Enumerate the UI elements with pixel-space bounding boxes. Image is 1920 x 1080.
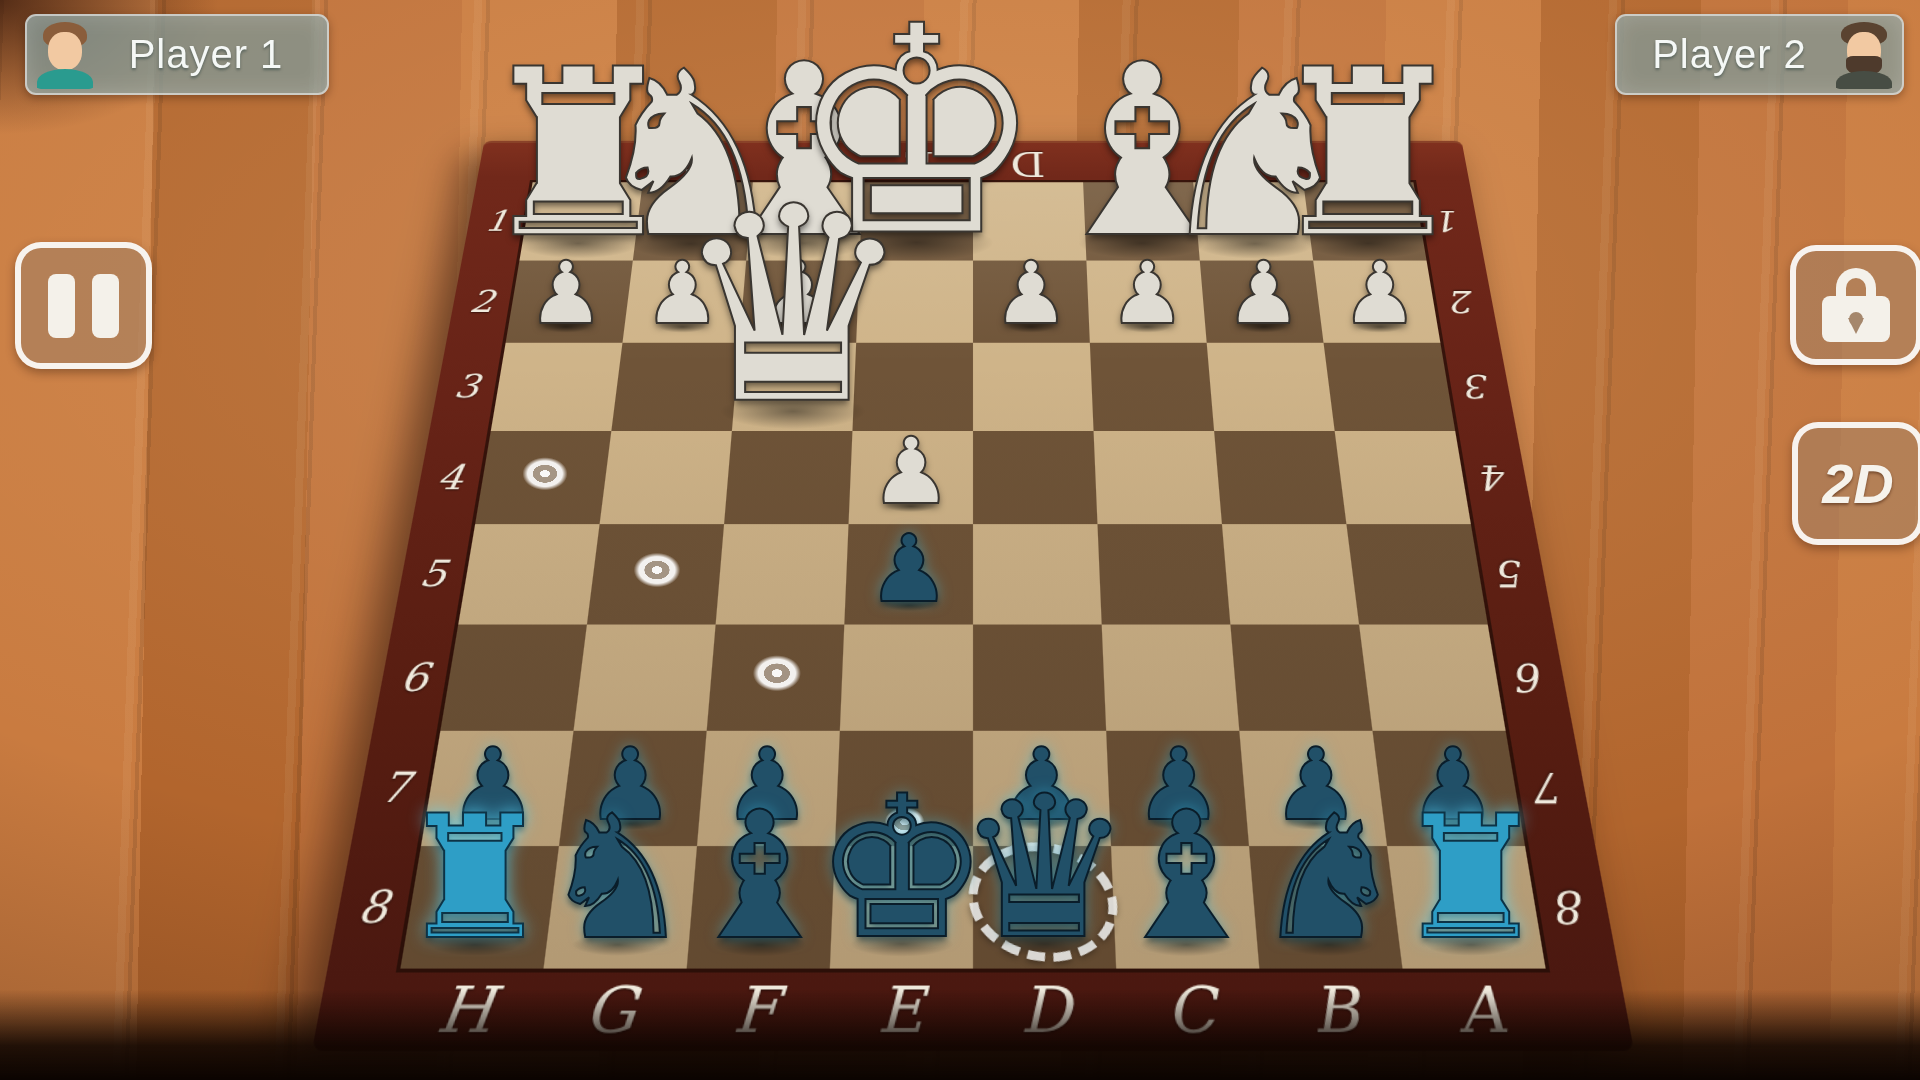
square-g6[interactable] bbox=[574, 624, 716, 731]
square-e6[interactable] bbox=[840, 624, 973, 731]
pause-icon bbox=[48, 274, 119, 338]
piece-blue-bishop-c8[interactable]: ♝ bbox=[1108, 789, 1266, 965]
square-h6[interactable] bbox=[440, 624, 587, 731]
piece-blue-knight-g8[interactable]: ♞ bbox=[541, 793, 694, 964]
player1-name: Player 1 bbox=[129, 32, 302, 77]
piece-blue-pawn-e5[interactable]: ♟ bbox=[867, 523, 950, 616]
square-b3[interactable] bbox=[1207, 343, 1335, 431]
rank-label-left-2: 2 bbox=[467, 284, 497, 318]
lock-icon bbox=[1822, 268, 1890, 342]
move-hint-g5[interactable] bbox=[626, 547, 688, 593]
square-f5[interactable] bbox=[716, 524, 849, 624]
table-edge-shadow bbox=[0, 990, 1920, 1080]
lock-button[interactable] bbox=[1790, 245, 1920, 365]
square-b4[interactable] bbox=[1214, 431, 1346, 525]
rank-label-left-3: 3 bbox=[451, 368, 482, 405]
square-b5[interactable] bbox=[1222, 524, 1359, 624]
player2-avatar bbox=[1834, 20, 1894, 89]
avatar-shirt bbox=[37, 69, 93, 89]
square-c5[interactable] bbox=[1097, 524, 1230, 624]
square-d5[interactable] bbox=[973, 524, 1102, 624]
square-a4[interactable] bbox=[1335, 431, 1471, 525]
square-h5[interactable] bbox=[458, 524, 599, 624]
rank-label-right-8: 8 bbox=[1553, 880, 1591, 931]
rank-label-left-6: 6 bbox=[397, 654, 432, 698]
view-2d-label: 2D bbox=[1822, 451, 1894, 516]
player2-name: Player 2 bbox=[1636, 32, 1807, 77]
game-screen: HGFEDCBAHGFEDCBA1234567812345678 ♜♞♝♚♝♞♜… bbox=[0, 0, 1920, 1080]
piece-blue-rook-a8[interactable]: ♜ bbox=[1394, 793, 1547, 964]
piece-white-pawn-e4[interactable]: ♟ bbox=[870, 425, 953, 517]
piece-white-queen-f3[interactable]: ♛ bbox=[672, 172, 914, 442]
square-a6[interactable] bbox=[1359, 624, 1506, 731]
avatar-shirt bbox=[1836, 71, 1892, 89]
rank-label-right-6: 6 bbox=[1514, 654, 1549, 698]
pause-button[interactable] bbox=[15, 242, 152, 369]
square-c6[interactable] bbox=[1102, 624, 1240, 731]
piece-white-pawn-b2[interactable]: ♟ bbox=[1225, 250, 1303, 337]
piece-white-pawn-h2[interactable]: ♟ bbox=[527, 250, 605, 337]
rank-label-right-2: 2 bbox=[1449, 284, 1479, 318]
square-c4[interactable] bbox=[1094, 431, 1222, 525]
square-d3[interactable] bbox=[973, 343, 1094, 431]
square-a5[interactable] bbox=[1346, 524, 1487, 624]
piece-blue-queen-d8[interactable]: ♛ bbox=[956, 770, 1132, 967]
square-c3[interactable] bbox=[1090, 343, 1214, 431]
player1-avatar bbox=[35, 20, 95, 89]
rank-label-right-4: 4 bbox=[1479, 457, 1511, 496]
player2-badge: Player 2 bbox=[1615, 14, 1904, 95]
rank-label-left-4: 4 bbox=[434, 457, 466, 496]
rank-label-left-5: 5 bbox=[416, 553, 450, 595]
piece-blue-knight-b8[interactable]: ♞ bbox=[1252, 793, 1405, 964]
piece-white-pawn-c2[interactable]: ♟ bbox=[1109, 250, 1187, 337]
square-b6[interactable] bbox=[1230, 624, 1372, 731]
square-d6[interactable] bbox=[973, 624, 1106, 731]
piece-white-rook-a1[interactable]: ♜ bbox=[1264, 39, 1471, 270]
piece-white-pawn-a2[interactable]: ♟ bbox=[1341, 250, 1419, 337]
square-h3[interactable] bbox=[491, 343, 623, 431]
square-a3[interactable] bbox=[1324, 343, 1456, 431]
rank-label-right-3: 3 bbox=[1463, 368, 1494, 405]
rank-label-right-5: 5 bbox=[1496, 553, 1530, 595]
player1-badge: Player 1 bbox=[25, 14, 329, 95]
move-hint-f6[interactable] bbox=[745, 649, 809, 697]
piece-white-pawn-d2[interactable]: ♟ bbox=[992, 250, 1070, 337]
view-2d-button[interactable]: 2D bbox=[1792, 422, 1920, 545]
avatar-face bbox=[48, 32, 82, 70]
piece-blue-rook-h8[interactable]: ♜ bbox=[399, 793, 552, 964]
rank-label-left-8: 8 bbox=[354, 880, 392, 931]
square-d4[interactable] bbox=[973, 431, 1097, 525]
